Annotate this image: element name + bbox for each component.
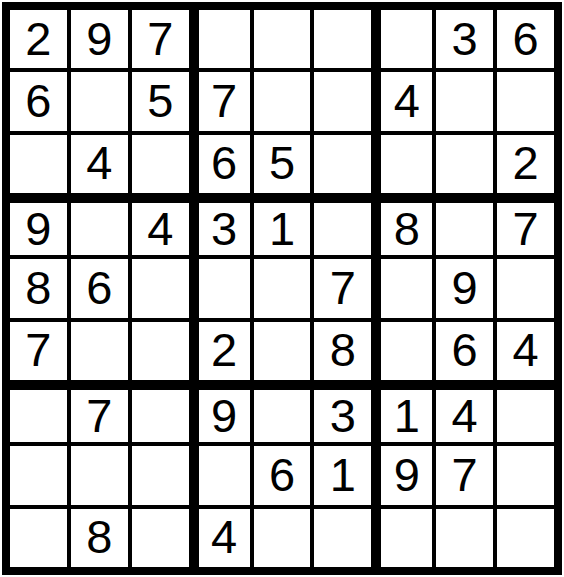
- cell-r7c7[interactable]: 1: [375, 384, 432, 442]
- cell-r9c5[interactable]: [254, 509, 311, 567]
- given-digit: 7: [147, 15, 173, 62]
- cell-r6c9[interactable]: 4: [497, 322, 554, 380]
- cell-r3c2[interactable]: 4: [71, 135, 128, 193]
- cell-r6c7[interactable]: [375, 322, 432, 380]
- given-digit: 9: [86, 15, 112, 62]
- cell-r4c1[interactable]: 9: [10, 197, 67, 255]
- cell-r7c5[interactable]: [254, 384, 311, 442]
- cell-r2c4[interactable]: 7: [193, 72, 250, 130]
- given-digit: 7: [211, 77, 237, 124]
- cell-r3c3[interactable]: [132, 135, 189, 193]
- given-digit: 2: [512, 139, 538, 186]
- cell-r2c2[interactable]: [71, 72, 128, 130]
- given-digit: 9: [452, 264, 478, 311]
- cell-r4c7[interactable]: 8: [375, 197, 432, 255]
- cell-r5c6[interactable]: 7: [314, 259, 371, 317]
- given-digit: 7: [512, 205, 538, 252]
- cell-r5c9[interactable]: [497, 259, 554, 317]
- cell-r1c7[interactable]: [375, 10, 432, 68]
- cell-r7c3[interactable]: [132, 384, 189, 442]
- given-digit: 4: [147, 205, 173, 252]
- cell-r3c8[interactable]: [436, 135, 493, 193]
- cell-r4c4[interactable]: 3: [193, 197, 250, 255]
- cell-r6c6[interactable]: 8: [314, 322, 371, 380]
- cell-r4c3[interactable]: 4: [132, 197, 189, 255]
- given-digit: 2: [211, 326, 237, 373]
- cell-r9c3[interactable]: [132, 509, 189, 567]
- cell-r8c6[interactable]: 1: [314, 446, 371, 504]
- cell-r9c7[interactable]: [375, 509, 432, 567]
- cell-r3c6[interactable]: [314, 135, 371, 193]
- given-digit: 1: [330, 451, 356, 498]
- cell-r6c4[interactable]: 2: [193, 322, 250, 380]
- given-digit: 8: [86, 513, 112, 560]
- given-digit: 6: [452, 326, 478, 373]
- cell-r2c3[interactable]: 5: [132, 72, 189, 130]
- cell-r5c4[interactable]: [193, 259, 250, 317]
- given-digit: 4: [452, 392, 478, 439]
- given-digit: 6: [512, 15, 538, 62]
- cell-r4c2[interactable]: [71, 197, 128, 255]
- cell-r1c9[interactable]: 6: [497, 10, 554, 68]
- cell-r5c5[interactable]: [254, 259, 311, 317]
- cell-r8c8[interactable]: 7: [436, 446, 493, 504]
- cell-r3c9[interactable]: 2: [497, 135, 554, 193]
- given-digit: 1: [269, 205, 295, 252]
- given-digit: 1: [394, 392, 420, 439]
- given-digit: 9: [394, 451, 420, 498]
- given-digit: 3: [452, 15, 478, 62]
- cell-r1c1[interactable]: 2: [10, 10, 67, 68]
- cell-r1c6[interactable]: [314, 10, 371, 68]
- cell-r2c9[interactable]: [497, 72, 554, 130]
- cell-r9c9[interactable]: [497, 509, 554, 567]
- cell-r6c2[interactable]: [71, 322, 128, 380]
- cell-r1c8[interactable]: 3: [436, 10, 493, 68]
- cell-r1c3[interactable]: 7: [132, 10, 189, 68]
- cell-r5c7[interactable]: [375, 259, 432, 317]
- cell-r6c3[interactable]: [132, 322, 189, 380]
- given-digit: 4: [512, 326, 538, 373]
- cell-r8c4[interactable]: [193, 446, 250, 504]
- given-digit: 4: [394, 77, 420, 124]
- cell-r8c7[interactable]: 9: [375, 446, 432, 504]
- given-digit: 3: [211, 205, 237, 252]
- cell-r5c2[interactable]: 6: [71, 259, 128, 317]
- given-digit: 3: [330, 392, 356, 439]
- given-digit: 9: [25, 205, 51, 252]
- cell-r3c5[interactable]: 5: [254, 135, 311, 193]
- cell-r8c2[interactable]: [71, 446, 128, 504]
- given-digit: 5: [147, 77, 173, 124]
- given-digit: 6: [25, 77, 51, 124]
- given-digit: 2: [25, 15, 51, 62]
- cell-r6c8[interactable]: 6: [436, 322, 493, 380]
- cell-r5c8[interactable]: 9: [436, 259, 493, 317]
- cell-r8c9[interactable]: [497, 446, 554, 504]
- given-digit: 9: [211, 392, 237, 439]
- cell-r4c5[interactable]: 1: [254, 197, 311, 255]
- cell-r9c1[interactable]: [10, 509, 67, 567]
- cell-r8c3[interactable]: [132, 446, 189, 504]
- given-digit: 8: [330, 326, 356, 373]
- given-digit: 4: [211, 513, 237, 560]
- given-digit: 6: [269, 451, 295, 498]
- cell-r6c1[interactable]: 7: [10, 322, 67, 380]
- cell-r9c4[interactable]: 4: [193, 509, 250, 567]
- cell-r1c4[interactable]: [193, 10, 250, 68]
- cell-r8c1[interactable]: [10, 446, 67, 504]
- cell-r2c1[interactable]: 6: [10, 72, 67, 130]
- cell-r7c6[interactable]: 3: [314, 384, 371, 442]
- cell-r2c7[interactable]: 4: [375, 72, 432, 130]
- cell-r1c5[interactable]: [254, 10, 311, 68]
- cell-r9c6[interactable]: [314, 509, 371, 567]
- cell-r9c2[interactable]: 8: [71, 509, 128, 567]
- cell-r3c7[interactable]: [375, 135, 432, 193]
- cell-r4c6[interactable]: [314, 197, 371, 255]
- given-digit: 4: [86, 139, 112, 186]
- cell-r7c9[interactable]: [497, 384, 554, 442]
- given-digit: 8: [394, 205, 420, 252]
- cell-r5c3[interactable]: [132, 259, 189, 317]
- given-digit: 8: [25, 264, 51, 311]
- cell-r7c4[interactable]: 9: [193, 384, 250, 442]
- cell-r4c8[interactable]: [436, 197, 493, 255]
- cell-r7c2[interactable]: 7: [71, 384, 128, 442]
- cell-r3c4[interactable]: 6: [193, 135, 250, 193]
- cell-r2c8[interactable]: [436, 72, 493, 130]
- given-digit: 6: [211, 139, 237, 186]
- sudoku-board: 297366574465294318786797286479314619784: [2, 2, 562, 575]
- given-digit: 7: [86, 392, 112, 439]
- given-digit: 6: [86, 264, 112, 311]
- cell-r6c5[interactable]: [254, 322, 311, 380]
- given-digit: 7: [25, 326, 51, 373]
- given-digit: 7: [452, 451, 478, 498]
- cell-r8c5[interactable]: 6: [254, 446, 311, 504]
- cell-r7c8[interactable]: 4: [436, 384, 493, 442]
- cell-r3c1[interactable]: [10, 135, 67, 193]
- given-digit: 7: [330, 264, 356, 311]
- given-digit: 5: [269, 139, 295, 186]
- cell-r7c1[interactable]: [10, 384, 67, 442]
- cell-r9c8[interactable]: [436, 509, 493, 567]
- cell-r5c1[interactable]: 8: [10, 259, 67, 317]
- cell-r1c2[interactable]: 9: [71, 10, 128, 68]
- cell-r2c6[interactable]: [314, 72, 371, 130]
- cell-r2c5[interactable]: [254, 72, 311, 130]
- cell-r4c9[interactable]: 7: [497, 197, 554, 255]
